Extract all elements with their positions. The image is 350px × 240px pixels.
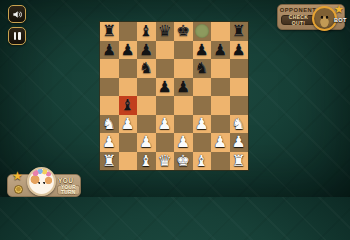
square-b7[interactable]: ♟ — [119, 41, 138, 60]
square-d3[interactable]: ♟ — [156, 115, 175, 134]
square-f1[interactable]: ♝ — [193, 152, 212, 171]
piece-white-pawn[interactable]: ♟ — [211, 133, 230, 152]
square-c4[interactable] — [137, 96, 156, 115]
piece-white-pawn[interactable]: ♟ — [230, 133, 249, 152]
piece-black-knight[interactable]: ♞ — [193, 59, 212, 78]
square-g2[interactable]: ♟ — [211, 133, 230, 152]
piece-black-pawn[interactable]: ♟ — [193, 41, 212, 60]
piece-white-pawn[interactable]: ♟ — [174, 133, 193, 152]
square-g5[interactable] — [211, 78, 230, 97]
square-g1[interactable] — [211, 152, 230, 171]
piece-white-knight[interactable]: ♞ — [100, 115, 119, 134]
piece-white-knight[interactable]: ♞ — [230, 115, 249, 134]
square-a4[interactable] — [100, 96, 119, 115]
piece-black-bishop[interactable]: ♝ — [137, 22, 156, 41]
opponent-name-label: BOT — [334, 17, 347, 23]
square-a7[interactable]: ♟ — [100, 41, 119, 60]
square-g7[interactable]: ♟ — [211, 41, 230, 60]
square-b1[interactable] — [119, 152, 138, 171]
square-h1[interactable]: ♜ — [230, 152, 249, 171]
piece-white-rook[interactable]: ♜ — [100, 152, 119, 171]
piece-white-pawn[interactable]: ♟ — [119, 115, 138, 134]
square-c7[interactable]: ♟ — [137, 41, 156, 60]
piece-white-pawn[interactable]: ♟ — [137, 133, 156, 152]
square-b5[interactable] — [119, 78, 138, 97]
square-d4[interactable] — [156, 96, 175, 115]
square-a8[interactable]: ♜ — [100, 22, 119, 41]
piece-black-bishop[interactable]: ♝ — [119, 96, 138, 115]
square-f5[interactable] — [193, 78, 212, 97]
piece-black-pawn[interactable]: ♟ — [211, 41, 230, 60]
square-e7[interactable] — [174, 41, 193, 60]
speaker-icon — [12, 9, 23, 20]
chess-board: ♜♝♛♚♜♟♟♟♟♟♟♞♞♟♟♝♞♟♟♟♞♟♟♟♟♟♜♝♛♚♝♜ — [100, 22, 248, 170]
square-d6[interactable] — [156, 59, 175, 78]
piece-black-knight[interactable]: ♞ — [137, 59, 156, 78]
square-f4[interactable] — [193, 96, 212, 115]
turn-indicator-badge: YOUR TURN — [57, 185, 80, 195]
piece-white-rook[interactable]: ♜ — [230, 152, 249, 171]
square-d7[interactable] — [156, 41, 175, 60]
piece-white-queen[interactable]: ♛ — [156, 152, 175, 171]
square-b8[interactable] — [119, 22, 138, 41]
square-c3[interactable] — [137, 115, 156, 134]
piece-white-bishop[interactable]: ♝ — [193, 152, 212, 171]
square-a5[interactable] — [100, 78, 119, 97]
piece-white-pawn[interactable]: ♟ — [100, 133, 119, 152]
piece-white-bishop[interactable]: ♝ — [137, 152, 156, 171]
piece-white-pawn[interactable]: ♟ — [193, 115, 212, 134]
piece-black-pawn[interactable]: ♟ — [174, 78, 193, 97]
square-d1[interactable]: ♛ — [156, 152, 175, 171]
square-h8[interactable]: ♜ — [230, 22, 249, 41]
opponent-title: OPPONENT — [278, 7, 318, 13]
square-e3[interactable] — [174, 115, 193, 134]
star-icon: ★ — [12, 169, 23, 183]
square-f2[interactable] — [193, 133, 212, 152]
square-f7[interactable]: ♟ — [193, 41, 212, 60]
piece-black-pawn[interactable]: ♟ — [156, 78, 175, 97]
square-h3[interactable]: ♞ — [230, 115, 249, 134]
square-f6[interactable]: ♞ — [193, 59, 212, 78]
pause-button[interactable] — [8, 27, 26, 45]
square-a6[interactable] — [100, 59, 119, 78]
square-e1[interactable]: ♚ — [174, 152, 193, 171]
square-e5[interactable]: ♟ — [174, 78, 193, 97]
coin-icon — [14, 185, 23, 194]
square-c2[interactable]: ♟ — [137, 133, 156, 152]
square-f8[interactable] — [193, 22, 212, 41]
square-h7[interactable]: ♟ — [230, 41, 249, 60]
piece-black-pawn[interactable]: ♟ — [137, 41, 156, 60]
square-h6[interactable] — [230, 59, 249, 78]
square-a2[interactable]: ♟ — [100, 133, 119, 152]
piece-white-king[interactable]: ♚ — [174, 152, 193, 171]
square-f3[interactable]: ♟ — [193, 115, 212, 134]
square-h4[interactable] — [230, 96, 249, 115]
square-b6[interactable] — [119, 59, 138, 78]
player-name-label: YOU — [58, 177, 73, 184]
piece-black-pawn[interactable]: ♟ — [230, 41, 249, 60]
square-b2[interactable] — [119, 133, 138, 152]
square-d5[interactable]: ♟ — [156, 78, 175, 97]
square-a1[interactable]: ♜ — [100, 152, 119, 171]
opponent-panel: OPPONENT CHECK OUT! ★ BOT — [277, 4, 345, 30]
piece-black-king[interactable]: ♚ — [174, 22, 193, 41]
square-c8[interactable]: ♝ — [137, 22, 156, 41]
square-g4[interactable] — [211, 96, 230, 115]
piece-black-rook[interactable]: ♜ — [230, 22, 249, 41]
square-c6[interactable]: ♞ — [137, 59, 156, 78]
square-g3[interactable] — [211, 115, 230, 134]
square-e6[interactable] — [174, 59, 193, 78]
square-h5[interactable] — [230, 78, 249, 97]
square-h2[interactable]: ♟ — [230, 133, 249, 152]
square-e4[interactable] — [174, 96, 193, 115]
piece-black-queen[interactable]: ♛ — [156, 22, 175, 41]
square-b4[interactable]: ♝ — [119, 96, 138, 115]
player-avatar[interactable] — [27, 167, 56, 196]
square-b3[interactable]: ♟ — [119, 115, 138, 134]
square-g8[interactable] — [211, 22, 230, 41]
piece-white-pawn[interactable]: ♟ — [156, 115, 175, 134]
square-d8[interactable]: ♛ — [156, 22, 175, 41]
last-move-origin-marker — [195, 24, 209, 38]
square-c1[interactable]: ♝ — [137, 152, 156, 171]
star-icon: ★ — [334, 3, 344, 16]
sound-button[interactable] — [8, 5, 26, 23]
pause-icon — [14, 32, 21, 40]
piece-black-pawn[interactable]: ♟ — [100, 41, 119, 60]
piece-black-pawn[interactable]: ♟ — [119, 41, 138, 60]
square-c5[interactable] — [137, 78, 156, 97]
square-g6[interactable] — [211, 59, 230, 78]
square-d2[interactable] — [156, 133, 175, 152]
piece-black-rook[interactable]: ♜ — [100, 22, 119, 41]
player-panel: ★ YOU YOUR TURN — [7, 174, 81, 197]
square-e2[interactable]: ♟ — [174, 133, 193, 152]
square-a3[interactable]: ♞ — [100, 115, 119, 134]
square-e8[interactable]: ♚ — [174, 22, 193, 41]
